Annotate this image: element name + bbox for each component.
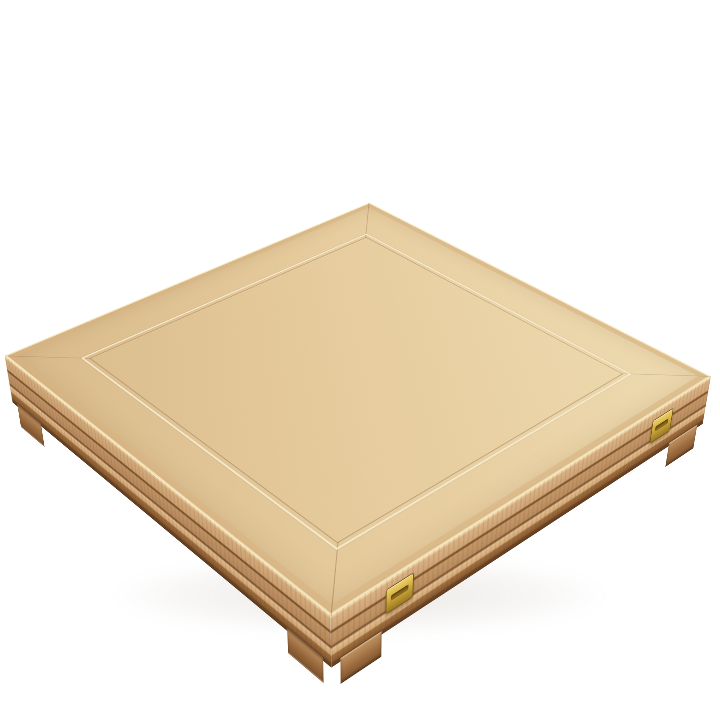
box-foot <box>287 628 323 684</box>
photo-background <box>0 0 720 720</box>
box-foot <box>17 404 44 447</box>
brass-latch-icon <box>649 408 673 444</box>
box-foot <box>665 424 697 466</box>
box-foot <box>340 631 381 684</box>
border-mitre-line <box>331 542 339 616</box>
border-mitre-line <box>365 203 369 238</box>
border-mitre-line <box>621 373 711 376</box>
border-mitre-line <box>5 356 91 359</box>
